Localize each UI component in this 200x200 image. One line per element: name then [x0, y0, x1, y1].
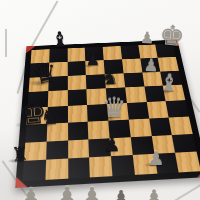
- board-square: [29, 76, 49, 92]
- board-square: [46, 140, 68, 160]
- board-square: [45, 159, 68, 180]
- board-square: [67, 48, 85, 62]
- board-square: [166, 100, 189, 117]
- board-square: [107, 103, 129, 120]
- board-square: [127, 102, 149, 119]
- piece-shadow: [69, 197, 97, 200]
- tile-grout-line: [30, 0, 58, 47]
- captured-chess-piece-white-pawn: ♟: [111, 188, 131, 200]
- captured-chess-piece-white-pawn: ♟: [144, 187, 165, 200]
- board-square: [172, 133, 197, 152]
- board-square: [49, 48, 67, 62]
- piece-shadow: [133, 199, 159, 200]
- board-square: [125, 87, 146, 103]
- captured-chess-piece-white-pawn: ♟: [55, 183, 79, 200]
- board-square: [86, 74, 106, 90]
- board-square: [87, 89, 107, 105]
- board-square: [103, 46, 122, 60]
- piece-shadow: [101, 199, 126, 200]
- board-square: [108, 119, 130, 137]
- board-square: [106, 88, 127, 104]
- board-square: [47, 106, 67, 124]
- board-square: [110, 137, 133, 157]
- tile-grout-line: [173, 184, 200, 200]
- board-square: [111, 155, 135, 176]
- board-square: [49, 62, 68, 77]
- board-square: [89, 156, 112, 177]
- board-square: [68, 139, 90, 159]
- board-square: [105, 73, 125, 89]
- board-square: [158, 57, 179, 72]
- board-squares-grid: [23, 44, 200, 181]
- board-square: [89, 138, 111, 158]
- piece-shadow: [43, 197, 73, 200]
- board-square: [133, 154, 157, 175]
- board-square: [31, 49, 50, 63]
- board-square: [122, 58, 142, 73]
- board-square: [68, 158, 90, 179]
- board-square: [85, 47, 104, 61]
- board-square: [67, 89, 87, 106]
- board-square: [169, 116, 193, 134]
- board-square: [25, 124, 47, 143]
- board-square: [24, 141, 46, 161]
- board-square: [130, 136, 154, 156]
- captured-chess-piece-white-pawn: ♟: [81, 184, 103, 200]
- board-square: [175, 152, 200, 173]
- board-square: [88, 120, 110, 139]
- board-square: [104, 59, 124, 74]
- board-square: [86, 60, 105, 75]
- board-square: [23, 160, 46, 181]
- board-square: [163, 85, 185, 101]
- piece-shadow: [9, 197, 36, 200]
- board-square: [120, 45, 140, 59]
- board-square: [30, 62, 49, 77]
- board-square: [155, 44, 175, 58]
- board-square: [46, 123, 67, 142]
- board-square: [123, 72, 144, 87]
- board-square: [28, 91, 48, 108]
- board-square: [129, 118, 152, 136]
- board-square: [67, 75, 86, 91]
- board-square: [26, 107, 47, 125]
- board-square: [67, 121, 88, 140]
- board-square: [87, 104, 108, 121]
- board-square: [160, 70, 182, 85]
- board-square: [48, 76, 67, 92]
- board-square: [67, 61, 86, 76]
- board-square: [48, 90, 68, 107]
- board-frame: [15, 40, 200, 188]
- board-square: [67, 105, 87, 123]
- tile-grout-line: [5, 29, 7, 57]
- chess-board: [15, 40, 200, 188]
- chessboard-photo-scene: ♟♚♝♟♟♛♞♝♛♚♞♟♜♟♟♟♟♟♟: [0, 0, 200, 200]
